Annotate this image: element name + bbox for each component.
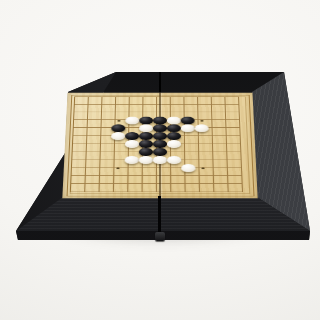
black-stone <box>153 148 166 156</box>
black-stone <box>153 124 166 131</box>
white-stone <box>182 164 196 172</box>
star-point <box>200 119 203 121</box>
white-stone <box>125 140 139 148</box>
black-stone <box>139 140 152 148</box>
black-stone <box>140 116 153 123</box>
board-surface <box>62 92 257 197</box>
black-stone <box>153 132 166 140</box>
white-stone <box>111 132 124 140</box>
star-point <box>116 167 119 169</box>
board-grid <box>66 93 253 196</box>
hinge <box>155 232 165 241</box>
star-point <box>201 167 204 169</box>
white-stone <box>167 156 181 164</box>
star-point <box>117 119 120 121</box>
fold-line-top <box>159 72 161 92</box>
white-stone <box>167 116 180 123</box>
white-stone <box>139 124 152 131</box>
white-stone <box>126 116 139 123</box>
black-stone <box>167 124 180 131</box>
black-stone <box>139 148 153 156</box>
black-stone <box>112 124 125 131</box>
black-stone <box>125 132 138 140</box>
white-stone <box>181 124 194 131</box>
black-stone <box>153 116 166 123</box>
black-stone <box>139 132 152 140</box>
white-stone <box>125 156 139 164</box>
white-stone <box>139 156 153 164</box>
white-stone <box>167 140 180 148</box>
black-stone <box>167 132 180 140</box>
white-stone <box>153 156 167 164</box>
black-stone <box>181 116 194 123</box>
black-stone <box>153 140 166 148</box>
white-stone <box>195 124 208 131</box>
product-photo <box>0 0 320 320</box>
